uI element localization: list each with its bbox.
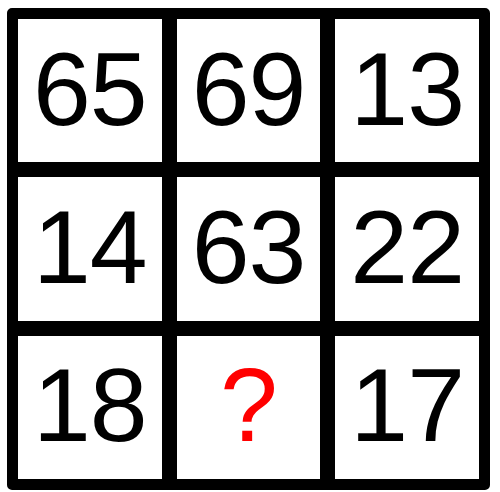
cell-r0c1: 69 bbox=[177, 19, 321, 162]
cell-value: 69 bbox=[192, 37, 306, 141]
unknown-question-mark: ? bbox=[220, 353, 277, 457]
cell-r0c0: 65 bbox=[18, 19, 162, 162]
cell-r2c1: ? bbox=[177, 336, 321, 479]
cell-r0c2: 13 bbox=[335, 19, 479, 162]
cell-value: 17 bbox=[350, 353, 464, 457]
cell-value: 22 bbox=[350, 195, 464, 299]
cell-r2c2: 17 bbox=[335, 336, 479, 479]
cell-value: 14 bbox=[33, 195, 147, 299]
cell-r1c2: 22 bbox=[335, 177, 479, 320]
cell-r1c0: 14 bbox=[18, 177, 162, 320]
cell-value: 13 bbox=[350, 37, 464, 141]
cell-value: 63 bbox=[192, 195, 306, 299]
cell-value: 65 bbox=[33, 37, 147, 141]
cell-value: 18 bbox=[33, 353, 147, 457]
puzzle-board: 65 69 13 14 63 22 18 ? 17 bbox=[7, 8, 490, 490]
cell-r1c1: 63 bbox=[177, 177, 321, 320]
cell-r2c0: 18 bbox=[18, 336, 162, 479]
